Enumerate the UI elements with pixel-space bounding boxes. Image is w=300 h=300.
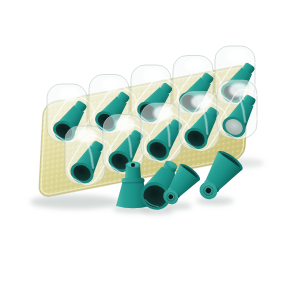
scene-svg xyxy=(0,0,300,300)
product-photo xyxy=(0,0,300,300)
blister-pod xyxy=(216,80,267,143)
